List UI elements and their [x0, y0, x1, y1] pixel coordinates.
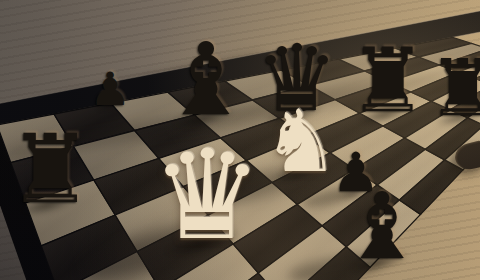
piece-black-rook-a6[interactable]: ♜ — [7, 122, 92, 217]
scene: ♟♛♜♜♝♞♟♜♛♝ — [0, 0, 480, 280]
piece-black-bishop-d4[interactable]: ♝ — [341, 181, 423, 273]
piece-black-rook-g6[interactable]: ♜ — [349, 37, 428, 125]
piece-black-rook-h5[interactable]: ♜ — [428, 49, 480, 127]
piece-black-bishop-d7[interactable]: ♝ — [161, 30, 251, 130]
piece-white-queen-b5[interactable]: ♛ — [151, 133, 262, 257]
piece-black-pawn-c8[interactable]: ♟ — [89, 66, 130, 112]
piece-white-knight-e6[interactable]: ♞ — [262, 98, 339, 184]
